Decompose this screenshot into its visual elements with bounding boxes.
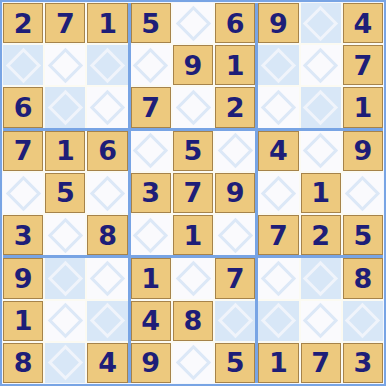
diamond-icon	[48, 261, 83, 296]
diamond-icon	[90, 90, 125, 125]
cell-r7c9: 8	[343, 258, 383, 298]
cell-r4c3: 6	[87, 131, 127, 171]
cell-r9c6: 5	[215, 343, 255, 383]
cell-r5c7[interactable]	[258, 173, 298, 213]
cell-r6c9: 5	[343, 215, 383, 255]
cell-r5c4: 3	[131, 173, 171, 213]
sudoku-board: 2 7 1 6 5 6 9 1 7 2 9 4 7 1 7 1 6 5	[0, 0, 386, 386]
cell-r3c6: 2	[215, 87, 255, 127]
cell-r6c8: 2	[301, 215, 341, 255]
box-9: 8 1 7 3	[258, 258, 383, 383]
sudoku-boxes: 2 7 1 6 5 6 9 1 7 2 9 4 7 1 7 1 6 5	[3, 3, 383, 383]
diamond-icon	[175, 5, 210, 40]
cell-r5c8: 1	[301, 173, 341, 213]
cell-r1c9: 4	[343, 3, 383, 43]
cell-r4c7: 4	[258, 131, 298, 171]
diamond-icon	[133, 133, 168, 168]
cell-r5c2: 5	[45, 173, 85, 213]
cell-r1c5[interactable]	[173, 3, 213, 43]
diamond-icon	[90, 261, 125, 296]
diamond-icon	[48, 90, 83, 125]
cell-r8c1: 1	[3, 301, 43, 341]
cell-r8c2[interactable]	[45, 301, 85, 341]
cell-r8c8[interactable]	[301, 301, 341, 341]
cell-r9c1: 8	[3, 343, 43, 383]
cell-r7c4: 1	[131, 258, 171, 298]
cell-r1c4: 5	[131, 3, 171, 43]
diamond-icon	[218, 303, 253, 338]
cell-r9c9: 3	[343, 343, 383, 383]
diamond-icon	[303, 303, 338, 338]
cell-r4c2: 1	[45, 131, 85, 171]
diamond-icon	[303, 133, 338, 168]
diamond-icon	[345, 175, 380, 210]
cell-r1c7: 9	[258, 3, 298, 43]
cell-r1c3: 1	[87, 3, 127, 43]
cell-r5c5: 7	[173, 173, 213, 213]
cell-r5c6: 9	[215, 173, 255, 213]
cell-r7c8[interactable]	[301, 258, 341, 298]
cell-r2c7[interactable]	[258, 45, 298, 85]
cell-r6c4[interactable]	[131, 215, 171, 255]
diamond-icon	[303, 90, 338, 125]
cell-r9c3: 4	[87, 343, 127, 383]
cell-r8c5: 8	[173, 301, 213, 341]
cell-r6c5: 1	[173, 215, 213, 255]
cell-r1c6: 6	[215, 3, 255, 43]
cell-r6c3: 8	[87, 215, 127, 255]
diamond-icon	[48, 218, 83, 253]
cell-r1c2: 7	[45, 3, 85, 43]
diamond-icon	[90, 303, 125, 338]
box-7: 9 1 8 4	[3, 258, 128, 383]
diamond-icon	[261, 175, 296, 210]
cell-r1c8[interactable]	[301, 3, 341, 43]
cell-r3c3[interactable]	[87, 87, 127, 127]
diamond-icon	[218, 218, 253, 253]
diamond-icon	[5, 175, 40, 210]
cell-r8c9[interactable]	[343, 301, 383, 341]
cell-r4c6[interactable]	[215, 131, 255, 171]
cell-r7c1: 9	[3, 258, 43, 298]
box-3: 9 4 7 1	[258, 3, 383, 128]
box-2: 5 6 9 1 7 2	[131, 3, 256, 128]
cell-r3c1: 6	[3, 87, 43, 127]
diamond-icon	[133, 218, 168, 253]
cell-r5c1[interactable]	[3, 173, 43, 213]
cell-r2c1[interactable]	[3, 45, 43, 85]
diamond-icon	[218, 133, 253, 168]
cell-r7c7[interactable]	[258, 258, 298, 298]
cell-r4c5: 5	[173, 131, 213, 171]
diamond-icon	[48, 48, 83, 83]
diamond-icon	[345, 303, 380, 338]
diamond-icon	[303, 5, 338, 40]
cell-r5c3[interactable]	[87, 173, 127, 213]
cell-r2c6: 1	[215, 45, 255, 85]
cell-r2c8[interactable]	[301, 45, 341, 85]
diamond-icon	[303, 48, 338, 83]
diamond-icon	[261, 261, 296, 296]
diamond-icon	[48, 303, 83, 338]
box-5: 5 3 7 9 1	[131, 131, 256, 256]
cell-r9c2[interactable]	[45, 343, 85, 383]
diamond-icon	[90, 48, 125, 83]
cell-r9c4: 9	[131, 343, 171, 383]
diamond-icon	[303, 261, 338, 296]
cell-r8c6[interactable]	[215, 301, 255, 341]
cell-r5c9[interactable]	[343, 173, 383, 213]
cell-r9c5[interactable]	[173, 343, 213, 383]
cell-r2c5: 9	[173, 45, 213, 85]
cell-r3c2[interactable]	[45, 87, 85, 127]
cell-r8c7[interactable]	[258, 301, 298, 341]
cell-r3c8[interactable]	[301, 87, 341, 127]
diamond-icon	[175, 345, 210, 380]
cell-r3c7[interactable]	[258, 87, 298, 127]
cell-r3c4: 7	[131, 87, 171, 127]
diamond-icon	[261, 90, 296, 125]
box-8: 1 7 4 8 9 5	[131, 258, 256, 383]
cell-r7c6: 7	[215, 258, 255, 298]
cell-r6c6[interactable]	[215, 215, 255, 255]
cell-r9c8: 7	[301, 343, 341, 383]
cell-r3c5[interactable]	[173, 87, 213, 127]
cell-r8c3[interactable]	[87, 301, 127, 341]
cell-r4c9: 9	[343, 131, 383, 171]
cell-r2c9: 7	[343, 45, 383, 85]
cell-r6c1: 3	[3, 215, 43, 255]
cell-r6c7: 7	[258, 215, 298, 255]
cell-r1c1: 2	[3, 3, 43, 43]
box-1: 2 7 1 6	[3, 3, 128, 128]
box-4: 7 1 6 5 3 8	[3, 131, 128, 256]
diamond-icon	[175, 90, 210, 125]
cell-r7c2[interactable]	[45, 258, 85, 298]
diamond-icon	[133, 48, 168, 83]
diamond-icon	[5, 48, 40, 83]
box-6: 4 9 1 7 2 5	[258, 131, 383, 256]
diamond-icon	[48, 345, 83, 380]
cell-r9c7: 1	[258, 343, 298, 383]
cell-r7c3[interactable]	[87, 258, 127, 298]
cell-r2c4[interactable]	[131, 45, 171, 85]
diamond-icon	[261, 303, 296, 338]
diamond-icon	[261, 48, 296, 83]
diamond-icon	[90, 175, 125, 210]
cell-r3c9: 1	[343, 87, 383, 127]
cell-r4c8[interactable]	[301, 131, 341, 171]
cell-r2c3[interactable]	[87, 45, 127, 85]
cell-r8c4: 4	[131, 301, 171, 341]
cell-r6c2[interactable]	[45, 215, 85, 255]
diamond-icon	[175, 261, 210, 296]
cell-r7c5[interactable]	[173, 258, 213, 298]
cell-r4c4[interactable]	[131, 131, 171, 171]
cell-r4c1: 7	[3, 131, 43, 171]
cell-r2c2[interactable]	[45, 45, 85, 85]
